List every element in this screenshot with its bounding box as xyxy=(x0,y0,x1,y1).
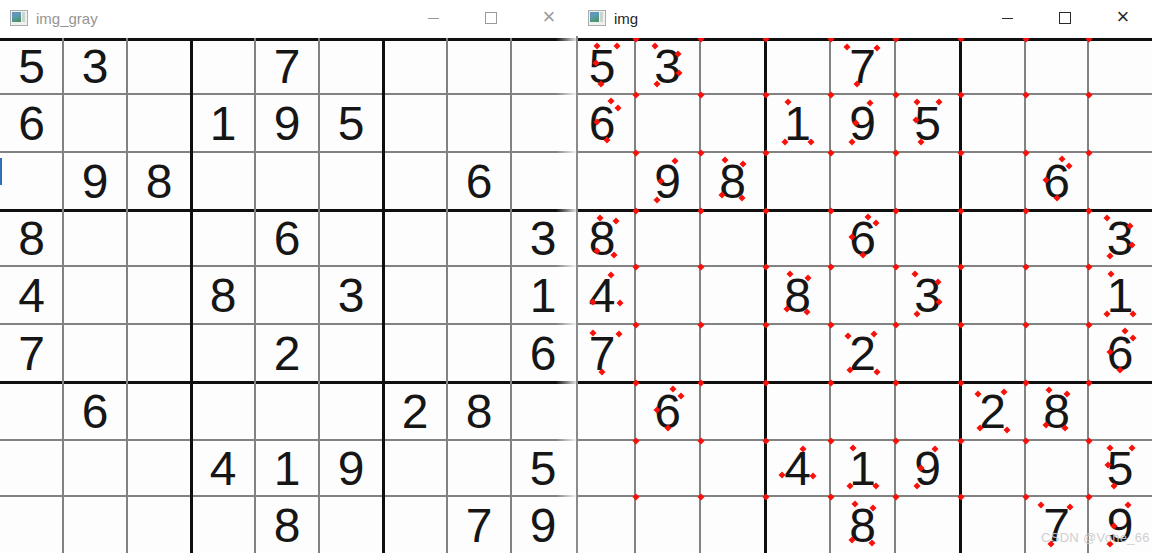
titlebar-img-gray[interactable]: img_gray × xyxy=(0,0,578,36)
sudoku-cell-r5c9: 1 xyxy=(1088,266,1152,324)
sudoku-cell-r3c2: 9 xyxy=(63,152,127,210)
sudoku-cell-r2c4: 1 xyxy=(765,94,830,152)
maximize-button[interactable] xyxy=(462,0,520,36)
sudoku-cell-r1c1: 5 xyxy=(578,38,635,94)
grid-line-v xyxy=(126,38,128,553)
sudoku-cell-r3c3: 8 xyxy=(127,152,191,210)
close-button[interactable]: × xyxy=(520,0,578,36)
sudoku-cell-r4c1: 8 xyxy=(578,210,635,266)
sudoku-cell-r5c1: 4 xyxy=(0,266,63,324)
window-title: img_gray xyxy=(36,10,98,27)
sudoku-cell-r2c5: 9 xyxy=(255,94,319,152)
minimize-icon xyxy=(428,18,439,19)
sudoku-cell-r9c8: 7 xyxy=(447,496,511,553)
sudoku-cell-r8c4: 4 xyxy=(191,440,255,496)
sudoku-cell-r7c2: 6 xyxy=(63,382,127,440)
grid-line-v xyxy=(699,38,701,553)
sudoku-cell-r4c9: 3 xyxy=(1088,210,1152,266)
caption-buttons: × xyxy=(404,0,578,36)
minimize-button[interactable] xyxy=(404,0,462,36)
app-icon-side xyxy=(22,12,25,22)
sudoku-cell-r8c5: 1 xyxy=(255,440,319,496)
sudoku-cell-r1c2: 3 xyxy=(63,38,127,94)
sudoku-cell-r9c5: 8 xyxy=(830,496,895,553)
sudoku-cell-r8c9: 5 xyxy=(1088,440,1152,496)
sudoku-cell-r6c1: 7 xyxy=(578,324,635,382)
sudoku-cell-r1c5: 7 xyxy=(255,38,319,94)
sudoku-cell-r8c4: 4 xyxy=(765,440,830,496)
sudoku-cell-r5c4: 8 xyxy=(765,266,830,324)
sudoku-cell-r1c2: 3 xyxy=(635,38,700,94)
sudoku-cell-r7c8: 8 xyxy=(1025,382,1088,440)
sudoku-cell-r2c4: 1 xyxy=(191,94,255,152)
sudoku-cell-r6c5: 2 xyxy=(830,324,895,382)
sudoku-cell-r9c5: 8 xyxy=(255,496,319,553)
sudoku-cell-r8c5: 1 xyxy=(830,440,895,496)
app-icon-picture xyxy=(12,12,21,22)
opencv-app-icon xyxy=(588,10,606,26)
screenshot-canvas: img_gray × 53761959868634831726628419587… xyxy=(0,0,1152,553)
sudoku-cell-r2c5: 9 xyxy=(830,94,895,152)
sudoku-cell-r4c1: 8 xyxy=(0,210,63,266)
minimize-button[interactable] xyxy=(978,0,1036,36)
sudoku-cell-r6c5: 2 xyxy=(255,324,319,382)
sudoku-cell-r5c6: 3 xyxy=(319,266,383,324)
maximize-icon xyxy=(1059,12,1071,24)
sudoku-cell-r8c6: 9 xyxy=(895,440,960,496)
window-img: img × 537619598686348317266284195879 xyxy=(578,0,1152,553)
watermark: CSDN @Vone_66 xyxy=(1041,530,1150,545)
app-icon-picture xyxy=(590,12,599,22)
sudoku-cell-r1c1: 5 xyxy=(0,38,63,94)
sudoku-cell-r7c7: 2 xyxy=(383,382,447,440)
window-title: img xyxy=(614,10,638,27)
sudoku-cell-r7c8: 8 xyxy=(447,382,511,440)
close-icon: × xyxy=(543,6,556,28)
sudoku-cell-r5c6: 3 xyxy=(895,266,960,324)
maximize-icon xyxy=(485,12,497,24)
app-icon-side xyxy=(600,12,603,22)
sudoku-cell-r6c1: 7 xyxy=(0,324,63,382)
sudoku-cell-r1c5: 7 xyxy=(830,38,895,94)
sudoku-cell-r2c1: 6 xyxy=(0,94,63,152)
sudoku-cell-r5c4: 8 xyxy=(191,266,255,324)
left-window-edge-fade xyxy=(556,36,577,553)
maximize-button[interactable] xyxy=(1036,0,1094,36)
opencv-app-icon xyxy=(10,10,28,26)
sudoku-cell-r3c2: 9 xyxy=(635,152,700,210)
window-edge-blue-artifact xyxy=(0,158,2,185)
sudoku-cell-r8c6: 9 xyxy=(319,440,383,496)
sudoku-cell-r2c6: 5 xyxy=(895,94,960,152)
grid-line-v xyxy=(446,38,448,553)
minimize-icon xyxy=(1002,18,1013,19)
close-button[interactable]: × xyxy=(1094,0,1152,36)
sudoku-board-gray: 537619598686348317266284195879 xyxy=(0,38,578,553)
sudoku-cell-r2c6: 5 xyxy=(319,94,383,152)
sudoku-cell-r4c5: 6 xyxy=(255,210,319,266)
sudoku-cell-r3c3: 8 xyxy=(700,152,765,210)
window-img-gray: img_gray × 53761959868634831726628419587… xyxy=(0,0,578,553)
sudoku-board-markers: 537619598686348317266284195879 xyxy=(578,38,1152,553)
window-separator xyxy=(576,0,578,553)
caption-buttons: × xyxy=(978,0,1152,36)
sudoku-cell-r7c7: 2 xyxy=(960,382,1025,440)
sudoku-cell-r3c8: 6 xyxy=(447,152,511,210)
titlebar-img[interactable]: img × xyxy=(578,0,1152,36)
grid-line-v xyxy=(1024,38,1026,553)
close-icon: × xyxy=(1117,6,1130,28)
